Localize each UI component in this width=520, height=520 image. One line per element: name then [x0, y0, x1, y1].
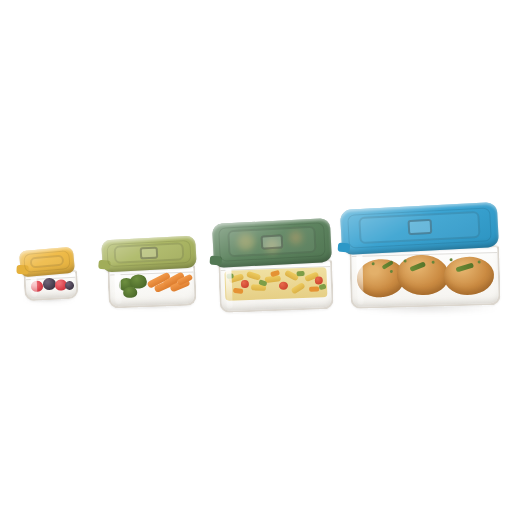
- glass-base-medium: [218, 259, 334, 313]
- glass-base-large: [349, 245, 501, 309]
- broccoli-floret: [123, 287, 137, 298]
- raspberry: [31, 280, 44, 292]
- herb-fleck: [478, 261, 481, 264]
- lid-center-tab: [140, 247, 159, 260]
- herb-fleck: [404, 259, 407, 262]
- lid-center-tab: [407, 219, 432, 235]
- product-stage: [0, 0, 520, 520]
- herb-fleck: [390, 270, 393, 273]
- lid-dark-green: [212, 218, 332, 268]
- green-pepper: [296, 271, 304, 276]
- orange-pepper: [309, 286, 319, 291]
- container-medium: [212, 219, 336, 313]
- herb-fleck: [450, 258, 453, 261]
- container-extra-small: [16, 247, 80, 303]
- green-pepper: [227, 273, 234, 278]
- lid-yellow: [19, 247, 75, 278]
- container-large: [338, 203, 504, 317]
- lid-blue: [340, 202, 499, 255]
- container-small: [100, 237, 200, 309]
- blackberry: [65, 281, 74, 290]
- lid-center-tab: [261, 234, 284, 249]
- lid-light-green: [101, 236, 197, 273]
- herb-fleck: [432, 261, 435, 264]
- herb-fleck: [372, 262, 375, 265]
